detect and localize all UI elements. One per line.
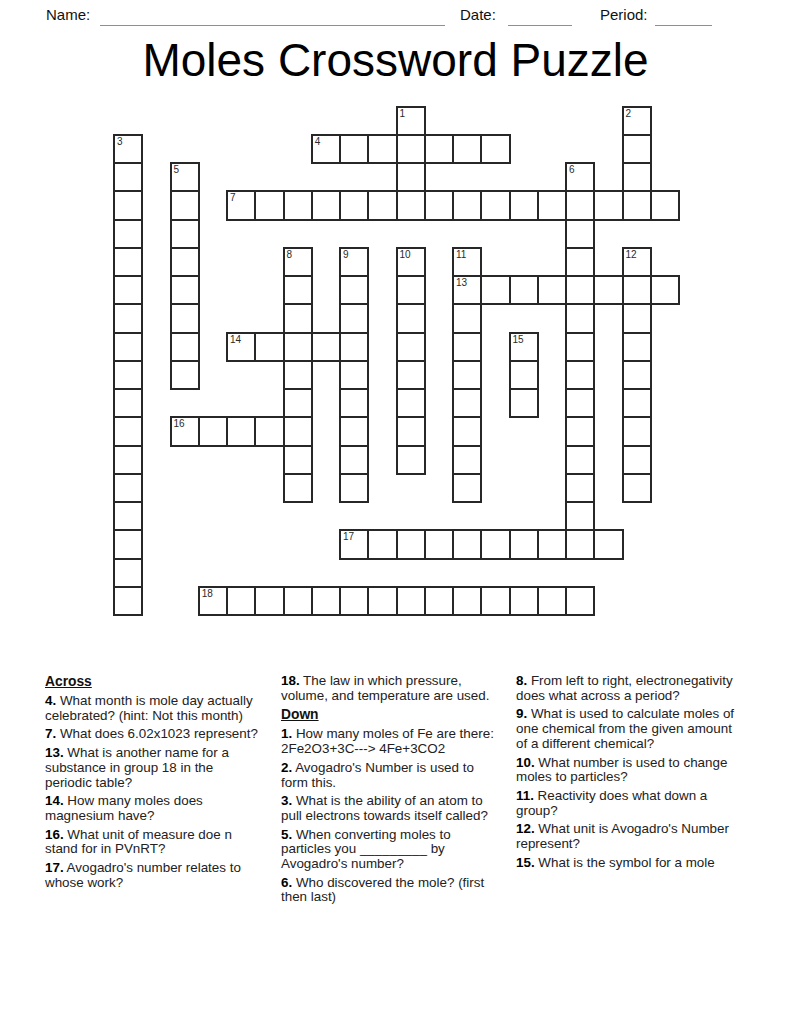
clue-number-label: 15. <box>516 855 535 870</box>
grid-cell[interactable] <box>565 501 595 531</box>
grid-cell[interactable]: 3 <box>113 134 143 164</box>
grid-cell[interactable] <box>113 162 143 192</box>
clue-number-label: 13. <box>45 745 64 760</box>
clue-number-label: 7. <box>45 726 56 741</box>
grid-cell[interactable]: 4 <box>311 134 341 164</box>
grid-cell[interactable] <box>593 529 623 559</box>
clue-number: 8 <box>287 249 293 260</box>
clue-number: 15 <box>513 334 524 345</box>
grid-cell[interactable] <box>622 162 652 192</box>
clue-6: 6. Who discovered the mole? (first then … <box>281 876 499 905</box>
grid-cell[interactable] <box>396 416 426 446</box>
grid-cell[interactable] <box>339 473 369 503</box>
grid-cell[interactable]: 9 <box>339 247 369 277</box>
grid-cell[interactable] <box>396 529 426 559</box>
clue-number-label: 2. <box>281 760 292 775</box>
grid-cell[interactable] <box>113 247 143 277</box>
clue-number-label: 4. <box>45 693 56 708</box>
name-label: Name: <box>46 6 90 23</box>
grid-cell[interactable] <box>254 190 284 220</box>
grid-cell[interactable] <box>537 586 567 616</box>
grid-cell[interactable]: 12 <box>622 247 652 277</box>
clue-number: 12 <box>626 249 637 260</box>
grid-cell[interactable] <box>113 558 143 588</box>
clue-number: 7 <box>230 192 236 203</box>
grid-cell[interactable] <box>339 332 369 362</box>
clue-5: 5. When converting moles to particles yo… <box>281 828 499 872</box>
clue-number: 13 <box>456 277 467 288</box>
grid-cell[interactable] <box>565 190 595 220</box>
grid-cell[interactable] <box>283 445 313 475</box>
clue-number-label: 9. <box>516 706 527 721</box>
grid-cell[interactable] <box>622 388 652 418</box>
clue-15: 15. What is the symbol for a mole <box>516 856 740 871</box>
grid-cell[interactable] <box>254 586 284 616</box>
grid-cell[interactable] <box>113 473 143 503</box>
clue-column-3: 8. From left to right, electronegativity… <box>516 674 740 874</box>
grid-cell[interactable] <box>396 190 426 220</box>
grid-cell[interactable] <box>424 190 454 220</box>
grid-cell[interactable] <box>537 275 567 305</box>
grid-cell[interactable]: 5 <box>170 162 200 192</box>
clue-17: 17. Avogadro's number relates to whose w… <box>45 861 263 890</box>
grid-cell[interactable] <box>226 586 256 616</box>
grid-cell[interactable] <box>622 332 652 362</box>
clue-number: 10 <box>400 249 411 260</box>
grid-cell[interactable] <box>170 303 200 333</box>
grid-cell[interactable] <box>452 332 482 362</box>
grid-cell[interactable] <box>452 445 482 475</box>
grid-cell[interactable] <box>396 332 426 362</box>
grid-cell[interactable] <box>283 190 313 220</box>
grid-cell[interactable] <box>509 388 539 418</box>
grid-cell[interactable]: 13 <box>452 275 482 305</box>
clue-number: 1 <box>400 108 406 119</box>
grid-cell[interactable] <box>565 360 595 390</box>
grid-cell[interactable] <box>509 275 539 305</box>
grid-cell[interactable] <box>283 388 313 418</box>
clues-heading-across: Across <box>45 674 263 689</box>
grid-cell[interactable] <box>396 134 426 164</box>
grid-cell[interactable] <box>537 190 567 220</box>
clue-18: 18. The law in which pressure, volume, a… <box>281 674 499 703</box>
grid-cell[interactable] <box>565 586 595 616</box>
grid-cell[interactable] <box>509 360 539 390</box>
grid-cell[interactable] <box>283 473 313 503</box>
grid-cell[interactable] <box>113 529 143 559</box>
grid-cell[interactable] <box>396 275 426 305</box>
grid-cell[interactable] <box>283 275 313 305</box>
clue-number: 17 <box>343 531 354 542</box>
grid-cell[interactable] <box>565 529 595 559</box>
grid-cell[interactable] <box>480 134 510 164</box>
grid-cell[interactable] <box>565 275 595 305</box>
clue-11: 11. Reactivity does what down a group? <box>516 789 740 818</box>
grid-cell[interactable] <box>565 416 595 446</box>
grid-cell[interactable] <box>509 586 539 616</box>
clue-2: 2. Avogadro's Number is used to form thi… <box>281 761 499 790</box>
grid-cell[interactable] <box>452 586 482 616</box>
clue-9: 9. What is used to calculate moles of on… <box>516 707 740 751</box>
grid-cell[interactable] <box>424 586 454 616</box>
clue-number-label: 3. <box>281 793 292 808</box>
clue-number: 3 <box>117 136 123 147</box>
grid-cell[interactable] <box>113 586 143 616</box>
grid-cell[interactable] <box>113 501 143 531</box>
grid-cell[interactable] <box>452 303 482 333</box>
grid-cell[interactable] <box>565 303 595 333</box>
clue-number: 4 <box>315 136 321 147</box>
grid-cell[interactable] <box>396 388 426 418</box>
date-label: Date: <box>460 6 496 23</box>
grid-cell[interactable] <box>339 586 369 616</box>
name-blank-line <box>100 25 445 26</box>
grid-cell[interactable] <box>622 360 652 390</box>
grid-cell[interactable] <box>367 190 397 220</box>
clue-number: 5 <box>174 164 180 175</box>
grid-cell[interactable] <box>198 416 228 446</box>
grid-cell[interactable] <box>509 529 539 559</box>
grid-cell[interactable] <box>339 303 369 333</box>
clue-7: 7. What does 6.02x1023 represent? <box>45 727 263 742</box>
clue-number: 18 <box>202 588 213 599</box>
grid-cell[interactable] <box>396 445 426 475</box>
grid-cell[interactable]: 17 <box>339 529 369 559</box>
grid-cell[interactable]: 8 <box>283 247 313 277</box>
clue-number-label: 11. <box>516 788 534 803</box>
clue-number-label: 12. <box>516 821 535 836</box>
clue-10: 10. What number is used to change moles … <box>516 756 740 785</box>
grid-cell[interactable] <box>367 529 397 559</box>
clue-number-label: 6. <box>281 875 292 890</box>
grid-cell[interactable] <box>170 360 200 390</box>
grid-cell[interactable] <box>480 586 510 616</box>
grid-cell[interactable]: 18 <box>198 586 228 616</box>
grid-cell[interactable] <box>565 473 595 503</box>
clue-13: 13. What is another name for a substance… <box>45 746 263 790</box>
clue-12: 12. What unit is Avogadro's Number repre… <box>516 822 740 851</box>
grid-cell[interactable] <box>452 360 482 390</box>
clue-8: 8. From left to right, electronegativity… <box>516 674 740 703</box>
grid-cell[interactable] <box>113 275 143 305</box>
grid-cell[interactable] <box>113 360 143 390</box>
grid-cell[interactable] <box>396 586 426 616</box>
grid-cell[interactable] <box>170 219 200 249</box>
grid-cell[interactable] <box>593 275 623 305</box>
clue-number: 16 <box>174 418 185 429</box>
period-label: Period: <box>600 6 648 23</box>
grid-cell[interactable] <box>452 529 482 559</box>
grid-cell[interactable] <box>650 190 680 220</box>
grid-cell[interactable] <box>170 190 200 220</box>
grid-cell[interactable] <box>170 275 200 305</box>
grid-cell[interactable] <box>565 332 595 362</box>
clue-number-label: 8. <box>516 673 527 688</box>
grid-cell[interactable] <box>113 332 143 362</box>
clue-number-label: 5. <box>281 827 292 842</box>
grid-cell[interactable] <box>452 388 482 418</box>
grid-cell[interactable]: 11 <box>452 247 482 277</box>
grid-cell[interactable]: 10 <box>396 247 426 277</box>
grid-cell[interactable] <box>593 190 623 220</box>
grid-cell[interactable] <box>565 247 595 277</box>
grid-cell[interactable] <box>424 529 454 559</box>
grid-cell[interactable] <box>565 388 595 418</box>
page-title: Moles Crossword Puzzle <box>0 33 791 87</box>
grid-cell[interactable] <box>622 134 652 164</box>
grid-cell[interactable] <box>283 360 313 390</box>
grid-cell[interactable] <box>622 445 652 475</box>
grid-cell[interactable] <box>480 275 510 305</box>
grid-cell[interactable] <box>113 445 143 475</box>
grid-cell[interactable] <box>622 190 652 220</box>
grid-cell[interactable] <box>424 134 454 164</box>
clue-number: 11 <box>456 249 466 260</box>
grid-cell[interactable] <box>622 275 652 305</box>
clue-column-1: Across4. What month is mole day actually… <box>45 674 263 894</box>
grid-cell[interactable] <box>367 134 397 164</box>
grid-cell[interactable]: 2 <box>622 106 652 136</box>
worksheet-page: Name: Date: Period: Moles Crossword Puzz… <box>0 0 791 1024</box>
clue-number: 2 <box>626 108 632 119</box>
clue-number-label: 18. <box>281 673 300 688</box>
grid-cell[interactable] <box>396 360 426 390</box>
grid-cell[interactable] <box>339 134 369 164</box>
grid-cell[interactable] <box>622 473 652 503</box>
grid-cell[interactable] <box>339 416 369 446</box>
clue-1: 1. How many moles of Fe are there: 2Fe2O… <box>281 727 499 756</box>
grid-cell[interactable] <box>339 388 369 418</box>
grid-cell[interactable] <box>311 332 341 362</box>
grid-cell[interactable] <box>396 303 426 333</box>
grid-cell[interactable] <box>509 190 539 220</box>
clue-number: 6 <box>569 164 575 175</box>
grid-cell[interactable]: 16 <box>170 416 200 446</box>
grid-cell[interactable] <box>452 134 482 164</box>
clue-number-label: 14. <box>45 793 64 808</box>
clue-number: 9 <box>343 249 349 260</box>
grid-cell[interactable] <box>113 388 143 418</box>
grid-cell[interactable] <box>311 586 341 616</box>
clue-3: 3. What is the ability of an atom to pul… <box>281 794 499 823</box>
date-blank-line <box>508 25 572 26</box>
grid-cell[interactable] <box>565 219 595 249</box>
clue-column-2: 18. The law in which pressure, volume, a… <box>281 674 499 909</box>
grid-cell[interactable] <box>339 360 369 390</box>
grid-cell[interactable] <box>480 190 510 220</box>
clue-4: 4. What month is mole day actually celeb… <box>45 694 263 723</box>
grid-cell[interactable] <box>113 190 143 220</box>
grid-cell[interactable] <box>480 529 510 559</box>
grid-cell[interactable]: 15 <box>509 332 539 362</box>
grid-cell[interactable]: 7 <box>226 190 256 220</box>
grid-cell[interactable] <box>622 303 652 333</box>
grid-cell[interactable] <box>452 473 482 503</box>
grid-cell[interactable] <box>113 416 143 446</box>
grid-cell[interactable] <box>170 332 200 362</box>
period-blank-line <box>655 25 712 26</box>
clue-number-label: 16. <box>45 827 64 842</box>
clue-number-label: 17. <box>45 860 64 875</box>
clue-14: 14. How many moles does magnesium have? <box>45 794 263 823</box>
clue-number-label: 10. <box>516 755 535 770</box>
grid-cell[interactable] <box>283 332 313 362</box>
grid-cell[interactable] <box>565 445 595 475</box>
grid-cell[interactable] <box>113 303 143 333</box>
grid-cell[interactable] <box>622 416 652 446</box>
grid-cell[interactable] <box>254 416 284 446</box>
grid-cell[interactable] <box>170 247 200 277</box>
grid-cell[interactable] <box>537 529 567 559</box>
grid-cell[interactable] <box>452 416 482 446</box>
grid-cell[interactable] <box>396 162 426 192</box>
grid-cell[interactable] <box>339 190 369 220</box>
grid-cell[interactable] <box>339 275 369 305</box>
grid-cell[interactable] <box>311 190 341 220</box>
grid-cell[interactable] <box>452 190 482 220</box>
grid-cell[interactable] <box>226 416 256 446</box>
grid-cell[interactable]: 1 <box>396 106 426 136</box>
grid-cell[interactable] <box>283 416 313 446</box>
grid-cell[interactable] <box>113 219 143 249</box>
grid-cell[interactable] <box>650 275 680 305</box>
clue-16: 16. What unit of measure doe n stand for… <box>45 828 263 857</box>
grid-cell[interactable]: 6 <box>565 162 595 192</box>
grid-cell[interactable] <box>283 586 313 616</box>
clue-number: 14 <box>230 334 241 345</box>
grid-cell[interactable] <box>254 332 284 362</box>
clue-number-label: 1. <box>281 726 292 741</box>
clues-heading-down: Down <box>281 707 499 722</box>
grid-cell[interactable] <box>367 586 397 616</box>
grid-cell[interactable] <box>339 445 369 475</box>
grid-cell[interactable]: 14 <box>226 332 256 362</box>
grid-cell[interactable] <box>283 303 313 333</box>
